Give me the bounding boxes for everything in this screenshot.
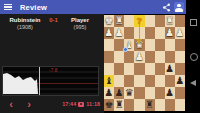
square-g2[interactable]: ♟ bbox=[114, 27, 124, 39]
eval-value-label: -7.8 bbox=[49, 68, 58, 73]
square-a4[interactable] bbox=[175, 51, 185, 63]
players-header: Rubinstein (1908) 0-1 Player (995) bbox=[3, 17, 101, 31]
piece-bP: ♟ bbox=[104, 87, 114, 99]
square-h8[interactable]: ♚ bbox=[104, 99, 114, 111]
square-d4[interactable] bbox=[145, 51, 155, 63]
square-f6[interactable] bbox=[124, 75, 134, 87]
eval-cursor[interactable] bbox=[39, 67, 40, 95]
square-h6[interactable]: ♝ bbox=[104, 75, 114, 87]
clock-icon bbox=[78, 102, 84, 107]
square-c6[interactable] bbox=[155, 75, 165, 87]
square-a5[interactable] bbox=[175, 63, 185, 75]
square-g4[interactable] bbox=[114, 51, 124, 63]
square-b4[interactable] bbox=[165, 51, 175, 63]
square-b6[interactable] bbox=[165, 75, 175, 87]
square-h2[interactable]: ♟ bbox=[104, 27, 114, 39]
eval-area bbox=[3, 73, 38, 94]
page-title: Review bbox=[20, 3, 47, 12]
menu-icon[interactable] bbox=[4, 4, 12, 10]
piece-bP: ♟ bbox=[165, 63, 175, 75]
square-d8[interactable]: ♜ bbox=[145, 99, 155, 111]
square-a2[interactable]: ♟ bbox=[175, 27, 185, 39]
white-player-name: Rubinstein bbox=[10, 17, 41, 24]
clocks-row: 17:44 11:18 bbox=[48, 101, 100, 107]
square-d2[interactable] bbox=[145, 27, 155, 39]
square-g1[interactable]: ♜ bbox=[114, 15, 124, 27]
square-a6[interactable]: ♟ bbox=[175, 75, 185, 87]
square-b8[interactable] bbox=[165, 99, 175, 111]
square-f5[interactable] bbox=[124, 63, 134, 75]
square-f3[interactable]: ♝ bbox=[124, 39, 134, 51]
square-a3[interactable] bbox=[175, 39, 185, 51]
white-player: Rubinstein (1908) bbox=[3, 17, 47, 31]
square-f1[interactable] bbox=[124, 15, 134, 27]
recents-icon[interactable] bbox=[190, 19, 197, 26]
square-h1[interactable]: ♚ bbox=[104, 15, 114, 27]
square-e7[interactable] bbox=[134, 87, 144, 99]
square-e6[interactable] bbox=[134, 75, 144, 87]
square-b3[interactable] bbox=[165, 39, 175, 51]
square-h4[interactable] bbox=[104, 51, 114, 63]
square-f8[interactable] bbox=[124, 99, 134, 111]
square-c2[interactable] bbox=[155, 27, 165, 39]
app-screen: Review Rubinstein (1908) 0-1 Player (995… bbox=[0, 0, 200, 113]
square-g6[interactable] bbox=[114, 75, 124, 87]
square-e1[interactable]: ? bbox=[134, 15, 144, 27]
piece-bP: ♟ bbox=[114, 87, 124, 99]
square-c1[interactable] bbox=[155, 15, 165, 27]
square-g8[interactable]: ♜ bbox=[114, 99, 124, 111]
square-g5[interactable] bbox=[114, 63, 124, 75]
piece-bK: ♚ bbox=[104, 99, 114, 111]
square-b7[interactable]: ♟ bbox=[165, 87, 175, 99]
square-f7[interactable]: ♛ bbox=[124, 87, 134, 99]
square-a7[interactable] bbox=[175, 87, 185, 99]
square-d3[interactable] bbox=[145, 39, 155, 51]
square-g7[interactable]: ♟ bbox=[114, 87, 124, 99]
home-icon[interactable] bbox=[190, 53, 198, 61]
square-c5[interactable] bbox=[155, 63, 165, 75]
square-c7[interactable] bbox=[155, 87, 165, 99]
piece-wR: ♜ bbox=[114, 15, 124, 27]
square-e5[interactable] bbox=[134, 63, 144, 75]
square-c8[interactable] bbox=[155, 99, 165, 111]
piece-bR: ♜ bbox=[145, 99, 155, 111]
piece-bP: ♟ bbox=[175, 75, 185, 87]
evaluation-graph[interactable]: -7.8 bbox=[2, 66, 99, 96]
previous-move-button[interactable]: ‹ bbox=[4, 98, 18, 111]
piece-bP: ♟ bbox=[165, 87, 175, 99]
square-h7[interactable]: ♟ bbox=[104, 87, 114, 99]
square-a8[interactable] bbox=[175, 99, 185, 111]
game-info-panel: Rubinstein (1908) 0-1 Player (995) -7.8 bbox=[0, 14, 104, 113]
back-icon[interactable] bbox=[190, 80, 196, 86]
piece-wK: ♚ bbox=[104, 15, 114, 27]
share-icon[interactable] bbox=[162, 3, 171, 12]
square-d5[interactable] bbox=[145, 63, 155, 75]
piece-wP: ♟ bbox=[165, 27, 175, 39]
square-e8[interactable] bbox=[134, 99, 144, 111]
piece-wP: ♟ bbox=[104, 27, 114, 39]
black-clock: 11:18 bbox=[86, 101, 100, 107]
chess-board[interactable]: ♚♜?♜♟♟♟♟♝♛♟♟♝♟♟♟♛♟♚♜♜ bbox=[104, 15, 185, 111]
square-b2[interactable]: ♟ bbox=[165, 27, 175, 39]
next-move-button[interactable]: › bbox=[22, 98, 36, 111]
top-app-bar: Review bbox=[0, 0, 186, 14]
square-d7[interactable] bbox=[145, 87, 155, 99]
black-player-name: Player bbox=[71, 17, 89, 24]
square-b5[interactable]: ♟ bbox=[165, 63, 175, 75]
white-clock: 17:44 bbox=[62, 101, 76, 107]
piece-wP: ♟ bbox=[134, 51, 144, 63]
square-f2[interactable] bbox=[124, 27, 134, 39]
move-annotation: ? bbox=[134, 15, 144, 27]
square-d6[interactable] bbox=[145, 75, 155, 87]
square-f4[interactable] bbox=[124, 51, 134, 63]
square-h3[interactable] bbox=[104, 39, 114, 51]
piece-wP: ♟ bbox=[114, 27, 124, 39]
square-c3[interactable] bbox=[155, 39, 165, 51]
move-arrow-head bbox=[136, 39, 142, 44]
square-b1[interactable]: ♜ bbox=[165, 15, 175, 27]
black-player: Player (995) bbox=[60, 17, 100, 31]
piece-bB: ♝ bbox=[104, 75, 114, 87]
game-result: 0-1 bbox=[47, 17, 60, 24]
player-avatar-icon[interactable] bbox=[174, 2, 184, 12]
white-player-rating: (1908) bbox=[17, 24, 33, 31]
square-e4[interactable]: ♟ bbox=[134, 51, 144, 63]
square-d1[interactable] bbox=[145, 15, 155, 27]
piece-bQ: ♛ bbox=[124, 87, 134, 99]
piece-wP: ♟ bbox=[175, 27, 185, 39]
black-player-rating: (995) bbox=[74, 24, 87, 31]
piece-bR: ♜ bbox=[114, 99, 124, 111]
square-c4[interactable] bbox=[155, 51, 165, 63]
square-h5[interactable] bbox=[104, 63, 114, 75]
piece-wR: ♜ bbox=[165, 15, 175, 27]
square-a1[interactable] bbox=[175, 15, 185, 27]
